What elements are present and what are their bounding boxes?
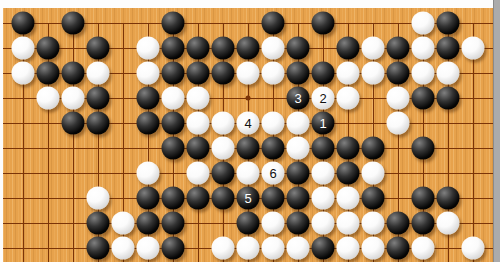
stone-black[interactable]	[162, 37, 185, 60]
stone-white[interactable]	[312, 187, 335, 210]
stone-white[interactable]	[162, 87, 185, 110]
move-number-label: 5	[244, 192, 251, 205]
stone-white[interactable]	[362, 162, 385, 185]
stone-black[interactable]	[287, 62, 310, 85]
stone-black[interactable]	[337, 137, 360, 160]
stone-black[interactable]	[212, 187, 235, 210]
stone-white[interactable]	[212, 112, 235, 135]
numbered-stone-3-black[interactable]: 3	[287, 87, 310, 110]
stone-black[interactable]	[187, 37, 210, 60]
stone-black[interactable]	[362, 187, 385, 210]
stone-white[interactable]	[137, 37, 160, 60]
stone-black[interactable]	[412, 187, 435, 210]
stone-black[interactable]	[237, 212, 260, 235]
move-number-label: 3	[294, 92, 301, 105]
stone-black[interactable]	[287, 162, 310, 185]
numbered-stone-1-black[interactable]: 1	[312, 112, 335, 135]
stone-black[interactable]	[337, 37, 360, 60]
stone-black[interactable]	[287, 212, 310, 235]
grid-vline	[73, 23, 74, 262]
stone-white[interactable]	[62, 87, 85, 110]
stone-black[interactable]	[162, 62, 185, 85]
stone-white[interactable]	[187, 87, 210, 110]
stone-white[interactable]	[262, 112, 285, 135]
stone-black[interactable]	[212, 62, 235, 85]
stone-white[interactable]	[412, 62, 435, 85]
stone-white[interactable]	[362, 62, 385, 85]
stone-black[interactable]	[187, 187, 210, 210]
stone-black[interactable]	[87, 112, 110, 135]
numbered-stone-6-white[interactable]: 6	[262, 162, 285, 185]
stone-black[interactable]	[187, 62, 210, 85]
stone-black[interactable]	[387, 237, 410, 260]
stone-black[interactable]	[437, 12, 460, 35]
stone-white[interactable]	[362, 37, 385, 60]
window-edge-right	[493, 0, 500, 262]
stone-black[interactable]	[437, 87, 460, 110]
stone-white[interactable]	[262, 37, 285, 60]
stone-black[interactable]	[287, 187, 310, 210]
stone-black[interactable]	[262, 187, 285, 210]
stone-black[interactable]	[312, 62, 335, 85]
stone-white[interactable]	[337, 187, 360, 210]
stone-black[interactable]	[87, 212, 110, 235]
stone-white[interactable]	[337, 62, 360, 85]
stone-black[interactable]	[237, 37, 260, 60]
stone-white[interactable]	[212, 137, 235, 160]
stone-white[interactable]	[112, 212, 135, 235]
stone-black[interactable]	[137, 112, 160, 135]
stone-white[interactable]	[362, 237, 385, 260]
stone-black[interactable]	[162, 237, 185, 260]
stone-white[interactable]	[262, 62, 285, 85]
stone-black[interactable]	[412, 87, 435, 110]
stone-white[interactable]	[37, 87, 60, 110]
stone-black[interactable]	[412, 137, 435, 160]
stone-white[interactable]	[187, 112, 210, 135]
stone-black[interactable]	[162, 137, 185, 160]
stone-black[interactable]	[212, 37, 235, 60]
stone-white[interactable]	[412, 37, 435, 60]
stone-black[interactable]	[37, 37, 60, 60]
stone-white[interactable]	[387, 112, 410, 135]
stone-white[interactable]	[312, 212, 335, 235]
stone-white[interactable]	[362, 212, 385, 235]
stone-black[interactable]	[162, 187, 185, 210]
stone-black[interactable]	[162, 12, 185, 35]
stone-white[interactable]	[412, 12, 435, 35]
stone-white[interactable]	[137, 162, 160, 185]
stone-white[interactable]	[287, 112, 310, 135]
stone-black[interactable]	[87, 237, 110, 260]
stone-white[interactable]	[462, 37, 485, 60]
stone-white[interactable]	[262, 212, 285, 235]
move-number-label: 1	[319, 117, 326, 130]
numbered-stone-4-white[interactable]: 4	[237, 112, 260, 135]
stone-white[interactable]	[87, 187, 110, 210]
stone-white[interactable]	[437, 212, 460, 235]
stone-white[interactable]	[237, 62, 260, 85]
stone-black[interactable]	[437, 37, 460, 60]
stone-white[interactable]	[412, 237, 435, 260]
stone-white[interactable]	[237, 162, 260, 185]
stone-black[interactable]	[362, 137, 385, 160]
stone-black[interactable]	[137, 187, 160, 210]
stone-black[interactable]	[87, 87, 110, 110]
stone-white[interactable]	[112, 237, 135, 260]
stone-black[interactable]	[262, 12, 285, 35]
move-number-label: 2	[319, 92, 326, 105]
stone-white[interactable]	[187, 162, 210, 185]
stone-black[interactable]	[387, 37, 410, 60]
stone-black[interactable]	[62, 112, 85, 135]
stone-white[interactable]	[137, 237, 160, 260]
stone-black[interactable]	[187, 137, 210, 160]
stone-white[interactable]	[237, 237, 260, 260]
stone-white[interactable]	[462, 237, 485, 260]
stone-black[interactable]	[287, 37, 310, 60]
stone-white[interactable]	[437, 62, 460, 85]
stone-black[interactable]	[312, 137, 335, 160]
stone-black[interactable]	[437, 187, 460, 210]
stone-white[interactable]	[12, 37, 35, 60]
stone-white[interactable]	[137, 62, 160, 85]
stone-white[interactable]	[312, 162, 335, 185]
go-diagram: 324165	[0, 0, 500, 262]
numbered-stone-5-black[interactable]: 5	[237, 187, 260, 210]
stone-black[interactable]	[387, 62, 410, 85]
stone-white[interactable]	[12, 62, 35, 85]
stone-white[interactable]	[337, 87, 360, 110]
stone-black[interactable]	[87, 37, 110, 60]
stone-black[interactable]	[312, 237, 335, 260]
stone-black[interactable]	[62, 12, 85, 35]
move-number-label: 6	[269, 167, 276, 180]
stone-black[interactable]	[312, 12, 335, 35]
go-board[interactable]: 324165	[3, 8, 493, 262]
stone-black[interactable]	[237, 137, 260, 160]
stone-black[interactable]	[12, 12, 35, 35]
stone-black[interactable]	[162, 212, 185, 235]
stone-black[interactable]	[62, 62, 85, 85]
stone-black[interactable]	[137, 87, 160, 110]
stone-black[interactable]	[137, 212, 160, 235]
stone-black[interactable]	[37, 62, 60, 85]
stone-white[interactable]	[337, 237, 360, 260]
stone-black[interactable]	[212, 162, 235, 185]
stone-black[interactable]	[387, 212, 410, 235]
stone-white[interactable]	[287, 137, 310, 160]
stone-white[interactable]	[212, 237, 235, 260]
numbered-stone-2-white[interactable]: 2	[312, 87, 335, 110]
stone-white[interactable]	[262, 237, 285, 260]
hoshi-point	[246, 96, 251, 101]
page-background-top	[0, 0, 493, 8]
stone-black[interactable]	[162, 112, 185, 135]
stone-white[interactable]	[87, 62, 110, 85]
stone-black[interactable]	[412, 212, 435, 235]
stone-black[interactable]	[262, 137, 285, 160]
stone-black[interactable]	[337, 162, 360, 185]
move-number-label: 4	[244, 117, 251, 130]
stone-white[interactable]	[337, 212, 360, 235]
stone-white[interactable]	[287, 237, 310, 260]
stone-white[interactable]	[387, 87, 410, 110]
